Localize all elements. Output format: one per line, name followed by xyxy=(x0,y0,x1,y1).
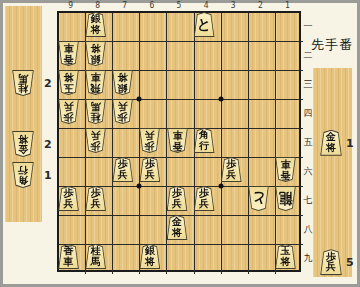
board-cell-5三[interactable] xyxy=(167,71,194,100)
piece-kanji: 将 xyxy=(172,228,182,239)
rank-label-三: 三 xyxy=(303,77,313,90)
board-cell-2四[interactable] xyxy=(249,100,276,129)
piece-kanji: 銀 xyxy=(91,14,101,25)
piece-kanji: 飛 xyxy=(91,83,101,94)
file-label-5: 5 xyxy=(177,1,182,10)
board-cell-3五[interactable] xyxy=(222,129,249,158)
piece-kanji: 金 xyxy=(172,217,182,228)
piece-kanji: 歩 xyxy=(172,188,182,199)
board-cell-3九[interactable] xyxy=(222,245,249,274)
board-cell-4九[interactable] xyxy=(195,245,222,274)
hand-piece-white-桂馬[interactable]: 桂馬 xyxy=(12,70,34,96)
piece-kanji: 車 xyxy=(64,43,74,54)
piece-kanji: 行 xyxy=(18,165,28,176)
board-cell-2二[interactable] xyxy=(249,42,276,71)
file-label-4: 4 xyxy=(204,1,209,10)
piece-kanji: 玉 xyxy=(64,83,74,94)
piece-kanji: 香 xyxy=(64,246,74,257)
piece-kanji: 角 xyxy=(199,130,209,141)
hand-count-black-金将: 1 xyxy=(346,137,354,150)
board-cell-2六[interactable] xyxy=(249,158,276,187)
board-cell-9一[interactable] xyxy=(59,13,86,42)
board-cell-9五[interactable] xyxy=(59,129,86,158)
board-cell-6七[interactable] xyxy=(140,187,167,216)
board-cell-1八[interactable] xyxy=(276,216,303,245)
piece-kanji: 兵 xyxy=(64,199,74,210)
piece-kanji: 桂 xyxy=(18,83,28,94)
board-cell-4三[interactable] xyxy=(195,71,222,100)
piece-kanji: 馬 xyxy=(91,257,101,268)
gote-hand-tray xyxy=(5,6,42,222)
piece-kanji: 車 xyxy=(280,159,290,170)
board-cell-5六[interactable] xyxy=(167,158,194,187)
piece-kanji: 将 xyxy=(64,72,74,83)
shogi-diagram: 987654321 一二三四五六七八九 先手番 銀将と香車銀将玉将飛車銀将歩兵桂… xyxy=(0,0,360,287)
board-cell-5九[interactable] xyxy=(167,245,194,274)
piece-kanji: 玉 xyxy=(280,246,290,257)
piece-kanji: 車 xyxy=(172,130,182,141)
board-cell-6八[interactable] xyxy=(140,216,167,245)
piece-kanji: 香 xyxy=(280,170,290,181)
piece-kanji: 歩 xyxy=(145,141,155,152)
board-cell-7八[interactable] xyxy=(113,216,140,245)
board-cell-3八[interactable] xyxy=(222,216,249,245)
piece-kanji: 桂 xyxy=(91,246,101,257)
rank-label-六: 六 xyxy=(303,164,313,177)
board-cell-3二[interactable] xyxy=(222,42,249,71)
piece-kanji: 歩 xyxy=(91,141,101,152)
star-point xyxy=(218,184,223,189)
piece-kanji: と xyxy=(251,191,265,206)
piece-kanji: 金 xyxy=(18,144,28,155)
board-cell-3一[interactable] xyxy=(222,13,249,42)
board-cell-2八[interactable] xyxy=(249,216,276,245)
board-cell-5二[interactable] xyxy=(167,42,194,71)
file-label-8: 8 xyxy=(95,1,100,10)
file-label-9: 9 xyxy=(68,1,73,10)
board-cell-4六[interactable] xyxy=(195,158,222,187)
rank-label-五: 五 xyxy=(303,135,313,148)
board-cell-2一[interactable] xyxy=(249,13,276,42)
piece-kanji: 歩 xyxy=(199,188,209,199)
piece-kanji: 兵 xyxy=(145,170,155,181)
board-cell-9六[interactable] xyxy=(59,158,86,187)
board-cell-7七[interactable] xyxy=(113,187,140,216)
sente-hand-tray xyxy=(313,68,352,277)
board-cell-6二[interactable] xyxy=(140,42,167,71)
piece-kanji: 歩 xyxy=(145,159,155,170)
board-cell-7五[interactable] xyxy=(113,129,140,158)
piece-kanji: 将 xyxy=(326,143,336,154)
hand-count-black-歩兵: 5 xyxy=(346,256,354,269)
hand-count-white-金将: 2 xyxy=(44,138,52,151)
piece-kanji: 兵 xyxy=(145,130,155,141)
board-cell-6四[interactable] xyxy=(140,100,167,129)
board-cell-4二[interactable] xyxy=(195,42,222,71)
piece-kanji: 歩 xyxy=(64,112,74,123)
hand-count-white-角行: 1 xyxy=(44,169,52,182)
piece-kanji: 馬 xyxy=(18,72,28,83)
piece-kanji: 銀 xyxy=(118,83,128,94)
piece-kanji: と xyxy=(197,17,211,32)
turn-indicator: 先手番 xyxy=(311,36,357,54)
board-cell-7一[interactable] xyxy=(113,13,140,42)
rank-label-四: 四 xyxy=(303,106,313,119)
piece-kanji: 龍 xyxy=(278,191,292,206)
piece-kanji: 将 xyxy=(280,257,290,268)
piece-kanji: 桂 xyxy=(91,112,101,123)
board-cell-6一[interactable] xyxy=(140,13,167,42)
board-cell-5一[interactable] xyxy=(167,13,194,42)
board-cell-3七[interactable] xyxy=(222,187,249,216)
piece-kanji: 兵 xyxy=(326,262,336,273)
board-cell-4四[interactable] xyxy=(195,100,222,129)
star-point xyxy=(218,97,223,102)
piece-kanji: 車 xyxy=(91,72,101,83)
piece-kanji: 将 xyxy=(18,134,28,145)
board-cell-1一[interactable] xyxy=(276,13,303,42)
board-cell-1五[interactable] xyxy=(276,129,303,158)
board-cell-3四[interactable] xyxy=(222,100,249,129)
file-label-2: 2 xyxy=(258,1,263,10)
star-point xyxy=(137,184,142,189)
star-point xyxy=(137,97,142,102)
piece-kanji: 銀 xyxy=(91,54,101,65)
piece-kanji: 歩 xyxy=(64,188,74,199)
board-cell-2三[interactable] xyxy=(249,71,276,100)
board-cell-8八[interactable] xyxy=(86,216,113,245)
piece-kanji: 兵 xyxy=(118,170,128,181)
piece-kanji: 銀 xyxy=(145,246,155,257)
piece-kanji: 兵 xyxy=(91,130,101,141)
piece-kanji: 香 xyxy=(64,54,74,65)
piece-kanji: 将 xyxy=(91,25,101,36)
piece-kanji: 歩 xyxy=(118,112,128,123)
board-cell-8六[interactable] xyxy=(86,158,113,187)
board-cell-7二[interactable] xyxy=(113,42,140,71)
board-cell-1二[interactable] xyxy=(276,42,303,71)
rank-label-八: 八 xyxy=(303,222,313,235)
piece-kanji: 香 xyxy=(172,141,182,152)
file-label-1: 1 xyxy=(285,1,290,10)
piece-kanji: 歩 xyxy=(91,188,101,199)
piece-kanji: 馬 xyxy=(91,101,101,112)
piece-kanji: 車 xyxy=(64,257,74,268)
piece-kanji: 兵 xyxy=(226,170,236,181)
file-label-7: 7 xyxy=(122,1,127,10)
board-cell-7九[interactable] xyxy=(113,245,140,274)
board-cell-9八[interactable] xyxy=(59,216,86,245)
rank-label-一: 一 xyxy=(303,19,313,32)
piece-kanji: 将 xyxy=(145,257,155,268)
board-cell-4八[interactable] xyxy=(195,216,222,245)
piece-kanji: 歩 xyxy=(226,159,236,170)
hand-count-white-桂馬: 2 xyxy=(44,77,52,90)
piece-kanji: 行 xyxy=(199,141,209,152)
piece-kanji: 兵 xyxy=(172,199,182,210)
rank-label-九: 九 xyxy=(303,251,313,264)
board-cell-2九[interactable] xyxy=(249,245,276,274)
board-cell-1四[interactable] xyxy=(276,100,303,129)
file-label-3: 3 xyxy=(231,1,236,10)
rank-label-七: 七 xyxy=(303,193,313,206)
board-cell-6三[interactable] xyxy=(140,71,167,100)
file-label-6: 6 xyxy=(149,1,154,10)
board-cell-5四[interactable] xyxy=(167,100,194,129)
piece-kanji: 歩 xyxy=(118,159,128,170)
piece-kanji: 将 xyxy=(118,72,128,83)
piece-kanji: 角 xyxy=(18,175,28,186)
piece-kanji: 兵 xyxy=(199,199,209,210)
piece-kanji: 兵 xyxy=(91,199,101,210)
board-cell-2五[interactable] xyxy=(249,129,276,158)
board-cell-3三[interactable] xyxy=(222,71,249,100)
piece-kanji: 将 xyxy=(91,43,101,54)
piece-kanji: 兵 xyxy=(64,101,74,112)
piece-kanji: 兵 xyxy=(118,101,128,112)
board-cell-1三[interactable] xyxy=(276,71,303,100)
